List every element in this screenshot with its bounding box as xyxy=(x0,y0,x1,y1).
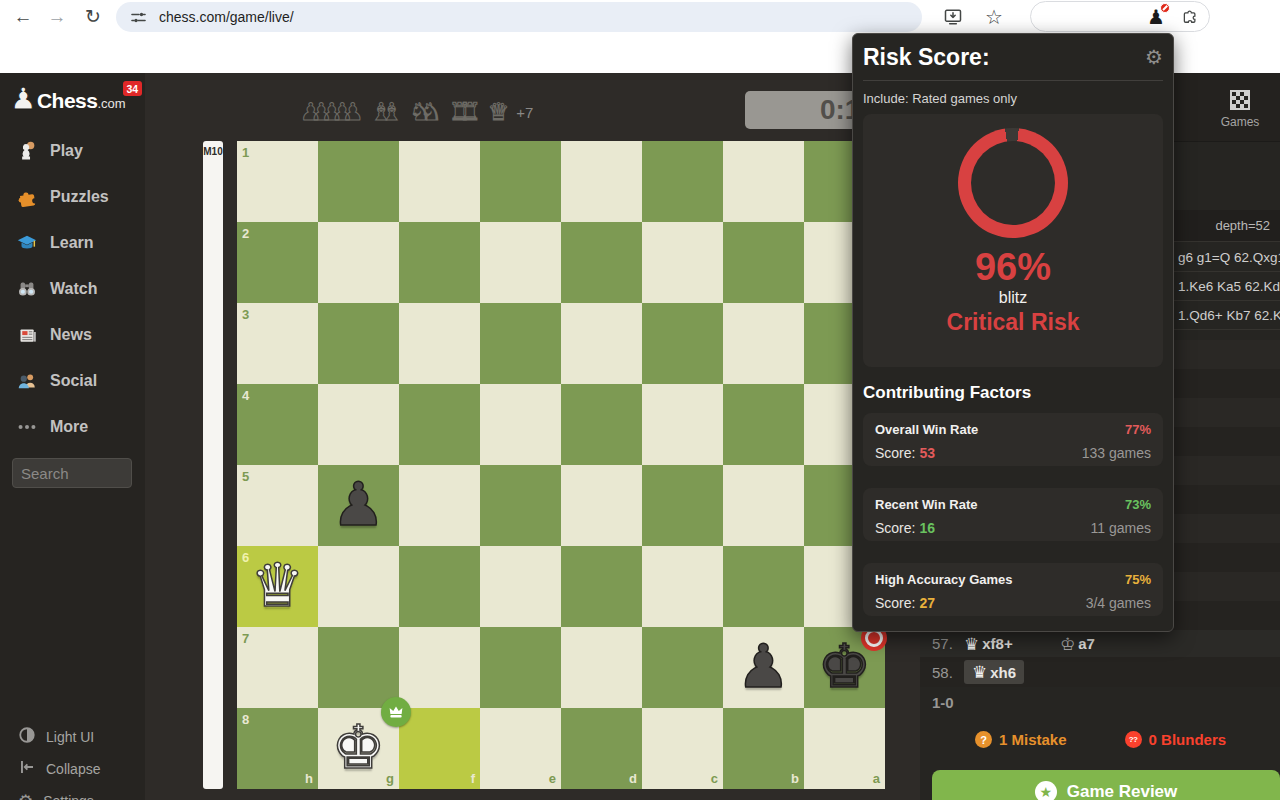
site-info-icon[interactable] xyxy=(130,9,147,26)
square-b7[interactable]: ♟ xyxy=(723,627,804,708)
square-f4[interactable] xyxy=(399,384,480,465)
sidebar: ♟ Chess.com 34 Play Puzzles xyxy=(0,73,145,800)
square-h8[interactable]: 8h xyxy=(237,708,318,789)
captured-rooks: ♜♜ xyxy=(449,98,481,126)
captured-queen: ♛ xyxy=(488,98,510,126)
mistakes-count[interactable]: 1 Mistake xyxy=(999,731,1067,748)
filter-note: Include: Rated games only xyxy=(863,91,1163,106)
pawn-hand-icon xyxy=(16,140,38,162)
square-g1[interactable] xyxy=(318,141,399,222)
sidebar-item-label: Play xyxy=(50,142,83,160)
move-row-58: 58. ♛ xh6 xyxy=(920,657,1280,687)
risk-gauge-card: 96% blitz Critical Risk xyxy=(863,114,1163,367)
reload-icon[interactable]: ↻ xyxy=(82,6,104,28)
factor-games: 11 games xyxy=(1091,520,1151,536)
newspaper-icon xyxy=(16,324,38,346)
mistake-badge-icon: ? xyxy=(975,731,992,748)
square-g2[interactable] xyxy=(318,222,399,303)
square-d6[interactable] xyxy=(561,546,642,627)
sidebar-item-social[interactable]: Social xyxy=(0,358,145,404)
square-f6[interactable] xyxy=(399,546,480,627)
square-h4[interactable]: 4 xyxy=(237,384,318,465)
square-e5[interactable] xyxy=(480,465,561,546)
rank-label-1: 1 xyxy=(242,145,249,160)
star-icon: ★ xyxy=(1035,781,1057,800)
popup-settings-gear-icon[interactable]: ⚙ xyxy=(1145,45,1163,69)
blocked-badge xyxy=(1160,3,1170,13)
extensions-puzzle-icon[interactable] xyxy=(1181,8,1199,26)
chess-extension-pawn-icon[interactable]: ♟ xyxy=(1147,7,1165,27)
square-d3[interactable] xyxy=(561,303,642,384)
sidebar-item-news[interactable]: News xyxy=(0,312,145,358)
piece-wq-h6[interactable]: ♛ xyxy=(237,546,318,627)
square-f2[interactable] xyxy=(399,222,480,303)
file-label-d: d xyxy=(629,771,637,786)
factor-percent: 77% xyxy=(1082,422,1151,437)
square-e2[interactable] xyxy=(480,222,561,303)
square-e4[interactable] xyxy=(480,384,561,465)
black-king-icon: ♔ xyxy=(1060,634,1075,654)
square-d1[interactable] xyxy=(561,141,642,222)
game-result: 1-0 xyxy=(920,694,954,711)
evaluation-bar: M10 xyxy=(203,141,223,789)
footer-item-label: Light UI xyxy=(46,729,94,745)
file-label-f: f xyxy=(471,771,475,786)
file-label-a: a xyxy=(873,771,880,786)
sidebar-item-label: Puzzles xyxy=(50,188,109,206)
square-c4[interactable] xyxy=(642,384,723,465)
move-57-white[interactable]: ♛ xf8+ xyxy=(964,634,1060,654)
sidebar-item-label: News xyxy=(50,326,92,344)
square-f7[interactable] xyxy=(399,627,480,708)
factor-score: Score:16 xyxy=(875,520,1091,536)
engine-depth: depth=52 xyxy=(1215,218,1270,233)
square-a8[interactable]: a xyxy=(804,708,885,789)
square-d8[interactable]: d xyxy=(561,708,642,789)
accuracy-summary: ? 1 Mistake ?? 0 Blunders xyxy=(920,731,1280,748)
square-h5[interactable]: 5 xyxy=(237,465,318,546)
puzzle-piece-icon xyxy=(16,186,38,208)
square-c3[interactable] xyxy=(642,303,723,384)
light-ui-toggle[interactable]: Light UI xyxy=(0,721,145,753)
piece-bp-b7[interactable]: ♟ xyxy=(723,627,804,708)
square-f1[interactable] xyxy=(399,141,480,222)
graduation-cap-icon xyxy=(16,232,38,254)
rank-label-7: 7 xyxy=(242,631,249,646)
games-checkerboard-icon xyxy=(1230,90,1250,110)
move-57-black[interactable]: ♔ a7 xyxy=(1060,634,1095,654)
square-g6[interactable] xyxy=(318,546,399,627)
file-label-b: b xyxy=(791,771,799,786)
footer-item-label: Settings xyxy=(43,793,94,800)
game-review-button[interactable]: ★ Game Review xyxy=(932,770,1280,800)
tab-games[interactable]: Games xyxy=(1205,81,1275,137)
square-b4[interactable] xyxy=(723,384,804,465)
risk-level: Critical Risk xyxy=(947,309,1080,336)
square-h1[interactable]: 1 xyxy=(237,141,318,222)
forward-icon[interactable]: → xyxy=(46,6,68,28)
omnibox[interactable]: chess.com/game/live/ xyxy=(116,2,922,32)
risk-percent: 96% xyxy=(975,248,1051,286)
square-a7[interactable]: ♚ xyxy=(804,627,885,708)
logo-pawn-icon: ♟ xyxy=(10,85,37,113)
square-h7[interactable]: 7 xyxy=(237,627,318,708)
factor-overall-win-rate: Overall Win Rate 77% Score:53 133 games xyxy=(863,413,1163,466)
rank-label-4: 4 xyxy=(242,388,249,403)
risk-score-popup: Risk Score: ⚙ Include: Rated games only … xyxy=(852,33,1174,632)
blunders-count[interactable]: 0 Blunders xyxy=(1149,731,1227,748)
square-c2[interactable] xyxy=(642,222,723,303)
square-g7[interactable] xyxy=(318,627,399,708)
square-d5[interactable] xyxy=(561,465,642,546)
result-row: 1-0 xyxy=(920,689,1280,715)
factor-high-accuracy-games: High Accuracy Games 75% Score:27 3/4 gam… xyxy=(863,563,1163,616)
rank-label-5: 5 xyxy=(242,469,249,484)
sidebar-item-puzzles[interactable]: Puzzles xyxy=(0,174,145,220)
sidebar-footer: Light UI Collapse ⚙ Settings xyxy=(0,721,145,800)
rank-label-3: 3 xyxy=(242,307,249,322)
factor-score: Score:27 xyxy=(875,595,1086,611)
winner-crown-badge xyxy=(381,697,411,727)
square-g8[interactable]: g♚ xyxy=(318,708,399,789)
settings-button[interactable]: ⚙ Settings xyxy=(0,785,145,800)
material-advantage: +7 xyxy=(516,104,533,121)
ellipsis-icon xyxy=(16,416,38,438)
factor-recent-win-rate: Recent Win Rate 73% Score:16 11 games xyxy=(863,488,1163,541)
captured-bishops: ♝♝ xyxy=(371,98,403,126)
sidebar-item-more[interactable]: More xyxy=(0,404,145,450)
piece-bp-g5[interactable]: ♟ xyxy=(318,465,399,546)
sidebar-item-watch[interactable]: Watch xyxy=(0,266,145,312)
square-b6[interactable] xyxy=(723,546,804,627)
square-h3[interactable]: 3 xyxy=(237,303,318,384)
sidebar-item-label: More xyxy=(50,418,88,436)
risk-donut-gauge xyxy=(958,128,1068,238)
file-label-c: c xyxy=(711,771,718,786)
extension-pill[interactable]: ♟ xyxy=(1030,1,1210,32)
move-58-white-current[interactable]: ♛ xh6 xyxy=(964,660,1024,684)
bookmark-star-icon[interactable]: ☆ xyxy=(983,6,1005,28)
url-text: chess.com/game/live/ xyxy=(159,9,294,25)
white-queen-icon: ♛ xyxy=(972,662,987,682)
captured-pieces: ♟♟♟♟♟ ♝♝ ♞♞ ♜♜ ♛ +7 xyxy=(300,98,533,126)
screen: ← → ↻ chess.com/game/live/ ☆ ♟ xyxy=(0,0,1280,800)
factor-games: 133 games xyxy=(1082,445,1151,461)
binoculars-icon xyxy=(16,278,38,300)
factor-score: Score:53 xyxy=(875,445,1082,461)
notification-badge: 34 xyxy=(123,81,142,96)
square-g4[interactable] xyxy=(318,384,399,465)
chesscom-logo[interactable]: ♟ Chess.com 34 xyxy=(10,85,126,113)
square-b5[interactable] xyxy=(723,465,804,546)
factor-percent: 73% xyxy=(1091,497,1151,512)
factor-percent: 75% xyxy=(1086,572,1151,587)
sidebar-item-label: Social xyxy=(50,372,97,390)
square-g5[interactable]: ♟ xyxy=(318,465,399,546)
gear-icon: ⚙ xyxy=(18,791,33,800)
square-g3[interactable] xyxy=(318,303,399,384)
square-b1[interactable] xyxy=(723,141,804,222)
footer-item-label: Collapse xyxy=(46,761,100,777)
sidebar-menu: Play Puzzles Learn Watch xyxy=(0,128,145,450)
collapse-button[interactable]: Collapse xyxy=(0,753,145,785)
back-icon[interactable]: ← xyxy=(12,6,34,28)
move-number: 58. xyxy=(920,664,964,681)
rank-label-8: 8 xyxy=(242,712,249,727)
square-c6[interactable] xyxy=(642,546,723,627)
square-b2[interactable] xyxy=(723,222,804,303)
square-e3[interactable] xyxy=(480,303,561,384)
square-c8[interactable]: c xyxy=(642,708,723,789)
divider xyxy=(863,80,1163,81)
square-f5[interactable] xyxy=(399,465,480,546)
logo-text: Chess xyxy=(37,89,98,112)
square-h6[interactable]: 6♛ xyxy=(237,546,318,627)
square-d4[interactable] xyxy=(561,384,642,465)
square-e7[interactable] xyxy=(480,627,561,708)
move-row-57: 57. ♛ xf8+ ♔ a7 xyxy=(920,630,1280,657)
half-circle-icon xyxy=(18,726,36,748)
search-input[interactable] xyxy=(12,458,132,488)
logo-suffix: .com xyxy=(97,96,125,111)
contributing-factors-title: Contributing Factors xyxy=(863,383,1163,403)
square-c5[interactable] xyxy=(642,465,723,546)
square-h2[interactable]: 2 xyxy=(237,222,318,303)
factor-games: 3/4 games xyxy=(1086,595,1151,611)
chess-board[interactable]: 12345♟6♛7♟♚8hg♚fedcba xyxy=(237,141,885,789)
people-icon xyxy=(16,370,38,392)
popup-title: Risk Score: xyxy=(863,44,990,71)
captured-knights: ♞♞ xyxy=(410,98,442,126)
time-class: blitz xyxy=(999,289,1027,307)
sidebar-item-label: Learn xyxy=(50,234,94,252)
square-f8[interactable]: f xyxy=(399,708,480,789)
blunder-badge-icon: ?? xyxy=(1125,731,1142,748)
sidebar-item-learn[interactable]: Learn xyxy=(0,220,145,266)
square-d7[interactable] xyxy=(561,627,642,708)
square-e8[interactable]: e xyxy=(480,708,561,789)
rank-label-2: 2 xyxy=(242,226,249,241)
square-e6[interactable] xyxy=(480,546,561,627)
move-number: 57. xyxy=(920,635,964,652)
file-label-h: h xyxy=(305,771,313,786)
square-e1[interactable] xyxy=(480,141,561,222)
white-queen-icon: ♛ xyxy=(964,634,979,654)
square-b3[interactable] xyxy=(723,303,804,384)
square-c7[interactable] xyxy=(642,627,723,708)
sidebar-item-play[interactable]: Play xyxy=(0,128,145,174)
tab-games-label: Games xyxy=(1221,115,1260,129)
square-f3[interactable] xyxy=(399,303,480,384)
square-b8[interactable]: b xyxy=(723,708,804,789)
square-c1[interactable] xyxy=(642,141,723,222)
sidebar-item-label: Watch xyxy=(50,280,97,298)
captured-pawns: ♟♟♟♟♟ xyxy=(300,98,364,126)
install-app-icon[interactable] xyxy=(943,7,963,27)
square-d2[interactable] xyxy=(561,222,642,303)
collapse-arrow-icon xyxy=(18,758,36,780)
file-label-e: e xyxy=(549,771,556,786)
